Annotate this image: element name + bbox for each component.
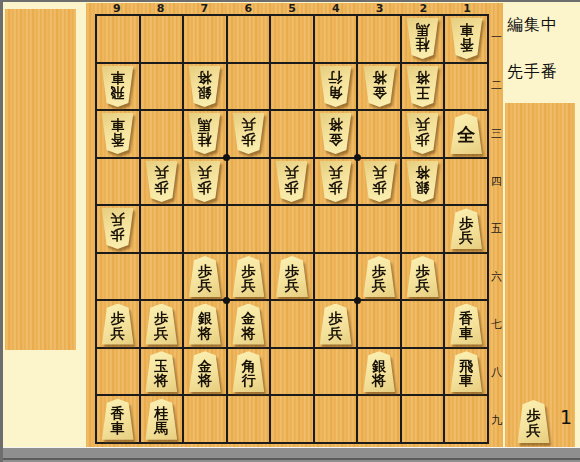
shogi-editor-window: 987654321 桂馬香車飛車銀将角行金将王将香車桂馬歩兵金将歩兵全歩兵歩兵歩…: [0, 0, 580, 462]
board-cell-3九[interactable]: [358, 396, 400, 442]
piece-gote-金将[interactable]: 金将: [363, 66, 396, 107]
board-cell-5六[interactable]: 歩兵: [271, 254, 313, 300]
board-cell-4七[interactable]: 歩兵: [315, 301, 357, 347]
piece-sente-歩兵[interactable]: 歩兵: [232, 256, 265, 297]
file-label-5: 5: [270, 3, 314, 14]
board-cell-2四[interactable]: 銀将: [402, 159, 444, 205]
board-cell-5八[interactable]: [271, 349, 313, 395]
piece-sente-歩兵[interactable]: 歩兵: [101, 304, 134, 345]
board-cell-1一[interactable]: 香車: [445, 16, 487, 62]
file-labels: 987654321: [95, 3, 489, 14]
piece-gote-歩兵[interactable]: 歩兵: [319, 161, 352, 202]
board-cell-2二[interactable]: 王将: [402, 64, 444, 110]
board-cell-3二[interactable]: 金将: [358, 64, 400, 110]
board-cell-3一[interactable]: [358, 16, 400, 62]
piece-sente-全[interactable]: 全: [450, 113, 483, 154]
file-label-2: 2: [401, 3, 445, 14]
board-cell-7四[interactable]: 歩兵: [184, 159, 226, 205]
rank-labels: 一二三四五六七八九: [490, 14, 503, 444]
board-cell-8八[interactable]: 玉将: [141, 349, 183, 395]
board-cell-9八[interactable]: [97, 349, 139, 395]
board-cell-2七[interactable]: [402, 301, 444, 347]
sente-hand-slot: 歩兵: [517, 400, 550, 443]
piece-gote-銀将[interactable]: 銀将: [188, 66, 221, 107]
piece-gote-歩兵[interactable]: 歩兵: [188, 161, 221, 202]
piece-sente-歩兵[interactable]: 歩兵: [450, 208, 483, 249]
board-cell-2五[interactable]: [402, 206, 444, 252]
board-cell-9九[interactable]: 香車: [97, 396, 139, 442]
board-cell-1八[interactable]: 飛車: [445, 349, 487, 395]
board-cell-1七[interactable]: 香車: [445, 301, 487, 347]
board-cell-8七[interactable]: 歩兵: [141, 301, 183, 347]
board-cell-7三[interactable]: 桂馬: [184, 111, 226, 157]
piece-sente-銀将[interactable]: 銀将: [188, 304, 221, 345]
board-cell-5一[interactable]: [271, 16, 313, 62]
piece-gote-歩兵[interactable]: 歩兵: [275, 161, 308, 202]
board-cell-2九[interactable]: [402, 396, 444, 442]
board-cell-9五[interactable]: 歩兵: [97, 206, 139, 252]
rank-label-一: 一: [490, 14, 503, 62]
window-bottom-edge: [0, 447, 580, 462]
piece-gote-角行[interactable]: 角行: [319, 66, 352, 107]
board-cell-3四[interactable]: 歩兵: [358, 159, 400, 205]
board-grid-wrap: 桂馬香車飛車銀将角行金将王将香車桂馬歩兵金将歩兵全歩兵歩兵歩兵歩兵歩兵銀将歩兵歩…: [95, 14, 489, 444]
piece-sente-香車[interactable]: 香車: [450, 304, 483, 345]
board-cell-3六[interactable]: 歩兵: [358, 254, 400, 300]
file-label-7: 7: [183, 3, 227, 14]
window-border-left: [0, 0, 3, 462]
board-cell-1五[interactable]: 歩兵: [445, 206, 487, 252]
turn-indicator: 先手番: [507, 62, 577, 83]
rank-label-三: 三: [490, 110, 503, 158]
board-cell-4五[interactable]: [315, 206, 357, 252]
board-cell-5九[interactable]: [271, 396, 313, 442]
rank-label-四: 四: [490, 157, 503, 205]
piece-gote-香車[interactable]: 香車: [101, 113, 134, 154]
board-cell-2六[interactable]: 歩兵: [402, 254, 444, 300]
gote-captured-tray[interactable]: [5, 9, 76, 350]
board-cell-7八[interactable]: 金将: [184, 349, 226, 395]
piece-gote-香車[interactable]: 香車: [450, 18, 483, 59]
piece-gote-金将[interactable]: 金将: [319, 113, 352, 154]
piece-gote-歩兵[interactable]: 歩兵: [406, 113, 439, 154]
file-label-1: 1: [445, 3, 489, 14]
piece-sente-金将[interactable]: 金将: [188, 351, 221, 392]
board-cell-5五[interactable]: [271, 206, 313, 252]
rank-label-六: 六: [490, 253, 503, 301]
piece-sente-角行[interactable]: 角行: [232, 351, 265, 392]
file-label-8: 8: [139, 3, 183, 14]
star-point-icon: [223, 154, 230, 161]
board-cell-1三[interactable]: 全: [445, 111, 487, 157]
file-label-4: 4: [314, 3, 358, 14]
board-cell-1四[interactable]: [445, 159, 487, 205]
shogi-board-block: 987654321 桂馬香車飛車銀将角行金将王将香車桂馬歩兵金将歩兵全歩兵歩兵歩…: [86, 3, 503, 447]
board-cell-6七[interactable]: 金将: [228, 301, 270, 347]
board-cell-7七[interactable]: 銀将: [184, 301, 226, 347]
board-cell-1六[interactable]: [445, 254, 487, 300]
board-cell-7九[interactable]: [184, 396, 226, 442]
piece-sente-香車[interactable]: 香車: [101, 399, 134, 440]
board-cell-9三[interactable]: 香車: [97, 111, 139, 157]
rank-label-五: 五: [490, 205, 503, 253]
board-cell-8四[interactable]: 歩兵: [141, 159, 183, 205]
board-cell-5四[interactable]: 歩兵: [271, 159, 313, 205]
piece-gote-歩兵[interactable]: 歩兵: [232, 113, 265, 154]
piece-sente-歩兵[interactable]: 歩兵: [188, 256, 221, 297]
piece-sente-桂馬[interactable]: 桂馬: [145, 399, 178, 440]
board-cell-7一[interactable]: [184, 16, 226, 62]
shogi-board: 桂馬香車飛車銀将角行金将王将香車桂馬歩兵金将歩兵全歩兵歩兵歩兵歩兵歩兵銀将歩兵歩…: [95, 14, 489, 444]
board-cell-7六[interactable]: 歩兵: [184, 254, 226, 300]
board-cell-9一[interactable]: [97, 16, 139, 62]
board-cell-4二[interactable]: 角行: [315, 64, 357, 110]
piece-gote-王将[interactable]: 王将: [406, 66, 439, 107]
piece-gote-銀将[interactable]: 銀将: [406, 161, 439, 202]
piece-gote-歩兵[interactable]: 歩兵: [145, 161, 178, 202]
star-point-icon: [223, 297, 230, 304]
board-cell-3八[interactable]: 銀将: [358, 349, 400, 395]
board-cell-2一[interactable]: 桂馬: [402, 16, 444, 62]
status-editing: 編集中: [507, 15, 577, 36]
board-cell-4六[interactable]: [315, 254, 357, 300]
file-label-9: 9: [95, 3, 139, 14]
board-cell-7二[interactable]: 銀将: [184, 64, 226, 110]
board-cell-3五[interactable]: [358, 206, 400, 252]
rank-label-七: 七: [490, 301, 503, 349]
board-cell-6二[interactable]: [228, 64, 270, 110]
board-cell-6八[interactable]: 角行: [228, 349, 270, 395]
board-cell-4一[interactable]: [315, 16, 357, 62]
sente-captured-tray[interactable]: 歩兵 1: [505, 103, 575, 447]
piece-gote-飛車[interactable]: 飛車: [101, 66, 134, 107]
board-cell-2八[interactable]: [402, 349, 444, 395]
piece-gote-歩兵[interactable]: 歩兵: [363, 161, 396, 202]
window-border-top: [0, 0, 580, 2]
hand-piece-count: 1: [560, 406, 572, 428]
board-cell-9七[interactable]: 歩兵: [97, 301, 139, 347]
board-cell-6五[interactable]: [228, 206, 270, 252]
file-label-3: 3: [358, 3, 402, 14]
board-cell-1九[interactable]: [445, 396, 487, 442]
board-cell-7五[interactable]: [184, 206, 226, 252]
piece-sente-歩兵[interactable]: 歩兵: [145, 304, 178, 345]
file-label-6: 6: [226, 3, 270, 14]
rank-label-二: 二: [490, 62, 503, 110]
board-cell-4八[interactable]: [315, 349, 357, 395]
piece-sente-銀将[interactable]: 銀将: [363, 351, 396, 392]
board-cell-9四[interactable]: [97, 159, 139, 205]
board-cell-6四[interactable]: [228, 159, 270, 205]
piece-sente-飛車[interactable]: 飛車: [450, 351, 483, 392]
piece-sente-歩兵[interactable]: 歩兵: [363, 256, 396, 297]
board-cell-5二[interactable]: [271, 64, 313, 110]
board-cell-8三[interactable]: [141, 111, 183, 157]
board-cell-9六[interactable]: [97, 254, 139, 300]
board-cell-1二[interactable]: [445, 64, 487, 110]
piece-sente-歩兵[interactable]: 歩兵: [406, 256, 439, 297]
piece-gote-桂馬[interactable]: 桂馬: [188, 113, 221, 154]
board-cell-8六[interactable]: [141, 254, 183, 300]
board-cell-6三[interactable]: 歩兵: [228, 111, 270, 157]
star-point-icon: [354, 154, 361, 161]
board-cell-3七[interactable]: [358, 301, 400, 347]
board-cell-2三[interactable]: 歩兵: [402, 111, 444, 157]
board-cell-8九[interactable]: 桂馬: [141, 396, 183, 442]
board-cell-3三[interactable]: [358, 111, 400, 157]
piece-sente-金将[interactable]: 金将: [232, 304, 265, 345]
piece-gote-歩兵[interactable]: 歩兵: [101, 208, 134, 249]
piece-sente-歩兵[interactable]: 歩兵: [275, 256, 308, 297]
board-cell-5七[interactable]: [271, 301, 313, 347]
board-cell-8二[interactable]: [141, 64, 183, 110]
piece-sente-歩兵[interactable]: 歩兵: [517, 400, 550, 443]
board-cell-6一[interactable]: [228, 16, 270, 62]
board-cell-8五[interactable]: [141, 206, 183, 252]
board-cell-6九[interactable]: [228, 396, 270, 442]
board-cell-5三[interactable]: [271, 111, 313, 157]
piece-sente-歩兵[interactable]: 歩兵: [319, 304, 352, 345]
board-cell-9二[interactable]: 飛車: [97, 64, 139, 110]
board-cell-6六[interactable]: 歩兵: [228, 254, 270, 300]
piece-sente-玉将[interactable]: 玉将: [145, 351, 178, 392]
board-cell-4四[interactable]: 歩兵: [315, 159, 357, 205]
board-cell-8一[interactable]: [141, 16, 183, 62]
rank-label-九: 九: [490, 396, 503, 444]
piece-gote-桂馬[interactable]: 桂馬: [406, 18, 439, 59]
board-cell-4九[interactable]: [315, 396, 357, 442]
board-cell-4三[interactable]: 金将: [315, 111, 357, 157]
rank-label-八: 八: [490, 348, 503, 396]
